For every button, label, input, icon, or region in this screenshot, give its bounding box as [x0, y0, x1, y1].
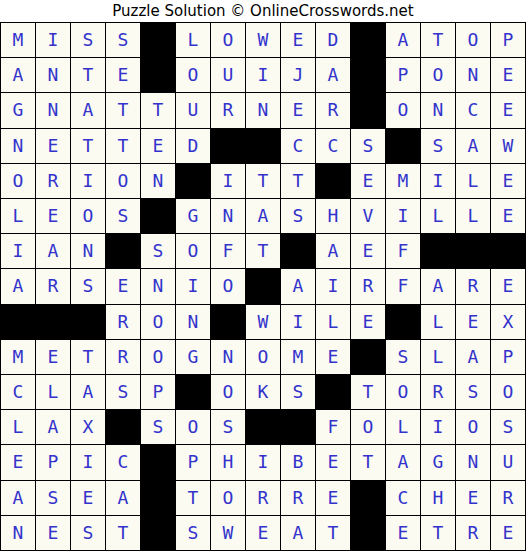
- letter-cell: E: [456, 481, 491, 516]
- letter-cell: E: [281, 23, 316, 58]
- letter-cell: T: [421, 23, 456, 58]
- letter-cell: I: [71, 164, 106, 199]
- letter-cell: S: [211, 410, 246, 445]
- letter-cell: R: [421, 375, 456, 410]
- letter-cell: O: [456, 23, 491, 58]
- letter-cell: A: [386, 445, 421, 480]
- letter-cell: T: [176, 481, 211, 516]
- letter-cell: E: [491, 93, 526, 128]
- black-cell: [106, 234, 141, 269]
- letter-cell: S: [106, 375, 141, 410]
- letter-cell: S: [491, 410, 526, 445]
- letter-cell: T: [421, 516, 456, 551]
- black-cell: [176, 375, 211, 410]
- black-cell: [36, 305, 71, 340]
- letter-cell: I: [281, 305, 316, 340]
- black-cell: [141, 58, 176, 93]
- black-cell: [141, 445, 176, 480]
- letter-cell: R: [211, 93, 246, 128]
- letter-cell: O: [386, 375, 421, 410]
- letter-cell: R: [106, 340, 141, 375]
- letter-cell: S: [386, 340, 421, 375]
- black-cell: [316, 375, 351, 410]
- letter-cell: R: [316, 93, 351, 128]
- letter-cell: H: [316, 199, 351, 234]
- letter-cell: F: [211, 234, 246, 269]
- letter-cell: R: [246, 481, 281, 516]
- letter-cell: H: [421, 481, 456, 516]
- letter-cell: S: [176, 516, 211, 551]
- letter-cell: E: [456, 305, 491, 340]
- letter-cell: N: [176, 305, 211, 340]
- letter-cell: C: [456, 93, 491, 128]
- black-cell: [211, 129, 246, 164]
- letter-cell: L: [421, 305, 456, 340]
- letter-cell: R: [456, 269, 491, 304]
- letter-cell: F: [316, 410, 351, 445]
- letter-cell: M: [281, 340, 316, 375]
- letter-cell: I: [36, 23, 71, 58]
- letter-cell: L: [421, 340, 456, 375]
- letter-cell: I: [386, 199, 421, 234]
- letter-cell: O: [491, 375, 526, 410]
- letter-cell: T: [71, 58, 106, 93]
- letter-cell: O: [351, 410, 386, 445]
- black-cell: [351, 23, 386, 58]
- letter-cell: W: [491, 129, 526, 164]
- letter-cell: L: [176, 23, 211, 58]
- letter-cell: R: [36, 269, 71, 304]
- letter-cell: L: [456, 199, 491, 234]
- black-cell: [281, 410, 316, 445]
- letter-cell: L: [1, 199, 36, 234]
- letter-cell: S: [106, 199, 141, 234]
- black-cell: [491, 234, 526, 269]
- letter-cell: O: [386, 93, 421, 128]
- letter-cell: S: [351, 129, 386, 164]
- letter-cell: D: [316, 23, 351, 58]
- letter-cell: L: [316, 305, 351, 340]
- black-cell: [141, 516, 176, 551]
- letter-cell: E: [36, 340, 71, 375]
- letter-cell: N: [211, 340, 246, 375]
- black-cell: [211, 305, 246, 340]
- letter-cell: O: [176, 58, 211, 93]
- letter-cell: A: [316, 234, 351, 269]
- letter-cell: T: [246, 164, 281, 199]
- letter-cell: C: [386, 481, 421, 516]
- letter-cell: E: [386, 516, 421, 551]
- letter-cell: N: [36, 58, 71, 93]
- letter-cell: I: [246, 58, 281, 93]
- letter-cell: A: [281, 516, 316, 551]
- letter-cell: R: [491, 481, 526, 516]
- letter-cell: O: [1, 164, 36, 199]
- letter-cell: C: [106, 445, 141, 480]
- letter-cell: E: [1, 445, 36, 480]
- puzzle-solution-page: Puzzle Solution © OnlineCrosswords.net M…: [0, 0, 526, 551]
- letter-cell: E: [351, 305, 386, 340]
- letter-cell: A: [386, 23, 421, 58]
- letter-cell: N: [1, 516, 36, 551]
- letter-cell: C: [316, 129, 351, 164]
- letter-cell: E: [491, 516, 526, 551]
- letter-cell: I: [316, 269, 351, 304]
- letter-cell: A: [36, 410, 71, 445]
- letter-cell: F: [386, 234, 421, 269]
- letter-cell: S: [141, 234, 176, 269]
- letter-cell: T: [281, 164, 316, 199]
- letter-cell: P: [141, 375, 176, 410]
- black-cell: [141, 23, 176, 58]
- letter-cell: O: [211, 481, 246, 516]
- letter-cell: A: [1, 58, 36, 93]
- letter-cell: T: [246, 234, 281, 269]
- letter-cell: E: [141, 129, 176, 164]
- letter-cell: S: [71, 23, 106, 58]
- letter-cell: A: [456, 129, 491, 164]
- letter-cell: R: [456, 516, 491, 551]
- black-cell: [71, 305, 106, 340]
- letter-cell: I: [421, 164, 456, 199]
- letter-cell: A: [421, 269, 456, 304]
- letter-cell: K: [246, 375, 281, 410]
- letter-cell: P: [176, 445, 211, 480]
- letter-cell: O: [106, 164, 141, 199]
- letter-cell: A: [71, 375, 106, 410]
- letter-cell: G: [1, 93, 36, 128]
- letter-cell: R: [281, 481, 316, 516]
- letter-cell: A: [106, 481, 141, 516]
- letter-cell: P: [36, 445, 71, 480]
- letter-cell: W: [246, 23, 281, 58]
- letter-cell: R: [36, 164, 71, 199]
- letter-cell: I: [71, 445, 106, 480]
- letter-cell: S: [36, 481, 71, 516]
- letter-cell: L: [386, 410, 421, 445]
- letter-cell: T: [71, 340, 106, 375]
- letter-cell: S: [141, 410, 176, 445]
- letter-cell: U: [491, 445, 526, 480]
- letter-cell: N: [36, 93, 71, 128]
- letter-cell: C: [281, 129, 316, 164]
- letter-cell: O: [141, 340, 176, 375]
- letter-cell: D: [176, 129, 211, 164]
- letter-cell: P: [491, 23, 526, 58]
- black-cell: [246, 410, 281, 445]
- letter-cell: O: [211, 375, 246, 410]
- letter-cell: O: [211, 23, 246, 58]
- letter-cell: E: [316, 481, 351, 516]
- letter-cell: F: [386, 269, 421, 304]
- letter-cell: B: [281, 445, 316, 480]
- black-cell: [456, 234, 491, 269]
- black-cell: [351, 516, 386, 551]
- letter-cell: S: [71, 516, 106, 551]
- letter-cell: T: [351, 375, 386, 410]
- letter-cell: T: [141, 93, 176, 128]
- black-cell: [141, 481, 176, 516]
- letter-cell: S: [71, 269, 106, 304]
- letter-cell: O: [141, 305, 176, 340]
- letter-cell: E: [351, 234, 386, 269]
- letter-cell: X: [491, 305, 526, 340]
- letter-cell: O: [176, 234, 211, 269]
- letter-cell: G: [421, 445, 456, 480]
- letter-cell: U: [211, 58, 246, 93]
- black-cell: [351, 481, 386, 516]
- letter-cell: P: [386, 58, 421, 93]
- letter-cell: I: [211, 164, 246, 199]
- letter-cell: S: [456, 375, 491, 410]
- letter-cell: V: [351, 199, 386, 234]
- letter-cell: P: [491, 340, 526, 375]
- letter-cell: A: [1, 269, 36, 304]
- letter-cell: N: [456, 445, 491, 480]
- letter-cell: T: [71, 129, 106, 164]
- letter-cell: O: [176, 410, 211, 445]
- letter-cell: J: [281, 58, 316, 93]
- page-title: Puzzle Solution © OnlineCrosswords.net: [0, 0, 526, 22]
- letter-cell: G: [176, 340, 211, 375]
- letter-cell: H: [211, 445, 246, 480]
- letter-cell: S: [421, 129, 456, 164]
- letter-cell: T: [351, 445, 386, 480]
- letter-cell: E: [316, 445, 351, 480]
- letter-cell: T: [106, 93, 141, 128]
- letter-cell: N: [1, 129, 36, 164]
- black-cell: [141, 199, 176, 234]
- letter-cell: N: [421, 93, 456, 128]
- letter-cell: A: [456, 340, 491, 375]
- letter-cell: E: [36, 516, 71, 551]
- letter-cell: E: [36, 129, 71, 164]
- letter-cell: A: [36, 234, 71, 269]
- letter-cell: E: [106, 269, 141, 304]
- letter-cell: E: [106, 58, 141, 93]
- letter-cell: I: [421, 410, 456, 445]
- black-cell: [1, 305, 36, 340]
- black-cell: [351, 58, 386, 93]
- letter-cell: M: [1, 23, 36, 58]
- letter-cell: I: [246, 445, 281, 480]
- letter-cell: E: [316, 340, 351, 375]
- letter-cell: A: [71, 93, 106, 128]
- letter-cell: N: [71, 234, 106, 269]
- letter-cell: C: [1, 375, 36, 410]
- letter-cell: E: [491, 199, 526, 234]
- letter-cell: W: [211, 516, 246, 551]
- letter-cell: N: [141, 164, 176, 199]
- letter-cell: M: [1, 340, 36, 375]
- letter-cell: T: [316, 516, 351, 551]
- letter-cell: W: [246, 305, 281, 340]
- black-cell: [246, 129, 281, 164]
- letter-cell: E: [491, 269, 526, 304]
- black-cell: [386, 305, 421, 340]
- letter-cell: L: [1, 410, 36, 445]
- letter-cell: A: [316, 58, 351, 93]
- letter-cell: X: [71, 410, 106, 445]
- black-cell: [351, 93, 386, 128]
- letter-cell: O: [211, 269, 246, 304]
- black-cell: [351, 340, 386, 375]
- letter-cell: E: [246, 516, 281, 551]
- letter-cell: L: [36, 375, 71, 410]
- letter-cell: O: [71, 199, 106, 234]
- letter-cell: M: [386, 164, 421, 199]
- letter-cell: O: [246, 340, 281, 375]
- letter-cell: I: [1, 234, 36, 269]
- letter-cell: N: [246, 93, 281, 128]
- black-cell: [246, 269, 281, 304]
- letter-cell: S: [106, 23, 141, 58]
- letter-cell: L: [456, 164, 491, 199]
- letter-cell: E: [281, 93, 316, 128]
- black-cell: [281, 234, 316, 269]
- black-cell: [106, 410, 141, 445]
- letter-cell: S: [281, 375, 316, 410]
- letter-cell: U: [176, 93, 211, 128]
- letter-cell: R: [106, 305, 141, 340]
- letter-cell: L: [421, 199, 456, 234]
- letter-cell: A: [1, 481, 36, 516]
- letter-cell: E: [71, 481, 106, 516]
- black-cell: [421, 234, 456, 269]
- letter-cell: N: [456, 58, 491, 93]
- letter-cell: T: [106, 516, 141, 551]
- letter-cell: E: [491, 58, 526, 93]
- letter-cell: A: [246, 199, 281, 234]
- crossword-grid: MISSLOWEDATOPANTEOUIJAPONEGNATTURNERONCE…: [0, 22, 526, 551]
- black-cell: [176, 164, 211, 199]
- letter-cell: O: [421, 58, 456, 93]
- letter-cell: R: [351, 269, 386, 304]
- letter-cell: N: [141, 269, 176, 304]
- black-cell: [386, 129, 421, 164]
- letter-cell: E: [491, 164, 526, 199]
- letter-cell: T: [106, 129, 141, 164]
- black-cell: [316, 164, 351, 199]
- letter-cell: G: [176, 199, 211, 234]
- letter-cell: N: [211, 199, 246, 234]
- letter-cell: O: [456, 410, 491, 445]
- letter-cell: E: [351, 164, 386, 199]
- letter-cell: E: [36, 199, 71, 234]
- letter-cell: A: [281, 269, 316, 304]
- letter-cell: S: [281, 199, 316, 234]
- letter-cell: I: [176, 269, 211, 304]
